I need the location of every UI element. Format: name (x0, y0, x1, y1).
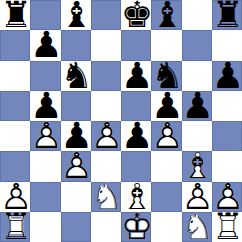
piece-black-pawn[interactable]: ♟ (212, 61, 242, 91)
piece-black-pawn[interactable]: ♟ (61, 121, 91, 151)
square-a2[interactable]: ♟♙ (0, 182, 30, 212)
piece-white-rook[interactable]: ♜♖ (0, 212, 30, 242)
piece-glyph-fill: ♟ (182, 182, 212, 212)
piece-glyph-fill: ♚ (121, 212, 151, 242)
piece-glyph-fill: ♜ (212, 0, 242, 30)
square-b6[interactable] (30, 61, 60, 91)
square-c4[interactable]: ♟ (61, 121, 91, 151)
piece-glyph-outline: ♔ (121, 212, 151, 242)
square-d2[interactable]: ♞♘ (91, 182, 121, 212)
square-a5[interactable] (0, 91, 30, 121)
piece-glyph-outline: ♙ (182, 182, 212, 212)
piece-glyph-fill: ♟ (61, 151, 91, 181)
square-h5[interactable] (212, 91, 242, 121)
piece-glyph-fill: ♟ (30, 30, 60, 60)
piece-glyph-outline: ♖ (212, 212, 242, 242)
square-d3[interactable] (91, 151, 121, 181)
square-f4[interactable]: ♟♙ (151, 121, 181, 151)
piece-glyph-fill: ♜ (0, 212, 30, 242)
piece-white-knight[interactable]: ♞♘ (182, 212, 212, 242)
piece-glyph-fill: ♜ (0, 0, 30, 30)
square-h1[interactable]: ♜♖ (212, 212, 242, 242)
square-b3[interactable] (30, 151, 60, 181)
piece-glyph-fill: ♞ (91, 182, 121, 212)
piece-black-pawn[interactable]: ♟ (151, 91, 181, 121)
square-g5[interactable]: ♟ (182, 91, 212, 121)
piece-white-pawn[interactable]: ♟♙ (182, 182, 212, 212)
piece-white-knight[interactable]: ♞♘ (91, 182, 121, 212)
piece-glyph-fill: ♟ (30, 121, 60, 151)
piece-black-pawn[interactable]: ♟ (182, 91, 212, 121)
square-e6[interactable]: ♟ (121, 61, 151, 91)
square-f1[interactable] (151, 212, 181, 242)
piece-glyph-outline: ♙ (91, 121, 121, 151)
piece-white-pawn[interactable]: ♟♙ (212, 182, 242, 212)
square-g6[interactable] (182, 61, 212, 91)
square-d7[interactable] (91, 30, 121, 60)
piece-glyph-fill: ♟ (61, 121, 91, 151)
square-c2[interactable] (61, 182, 91, 212)
piece-glyph-outline: ♙ (61, 151, 91, 181)
piece-glyph-fill: ♟ (121, 61, 151, 91)
square-d4[interactable]: ♟♙ (91, 121, 121, 151)
square-h7[interactable] (212, 30, 242, 60)
piece-white-bishop[interactable]: ♝♗ (121, 182, 151, 212)
square-h3[interactable] (212, 151, 242, 181)
square-f7[interactable] (151, 30, 181, 60)
square-g7[interactable] (182, 30, 212, 60)
piece-white-rook[interactable]: ♜♖ (212, 212, 242, 242)
piece-glyph-fill: ♟ (121, 121, 151, 151)
square-d1[interactable] (91, 212, 121, 242)
piece-black-king[interactable]: ♚ (121, 0, 151, 30)
square-e5[interactable] (121, 91, 151, 121)
piece-glyph-outline: ♙ (30, 121, 60, 151)
square-g2[interactable]: ♟♙ (182, 182, 212, 212)
piece-glyph-outline: ♙ (0, 182, 30, 212)
piece-glyph-fill: ♟ (91, 121, 121, 151)
piece-black-rook[interactable]: ♜ (0, 0, 30, 30)
piece-glyph-fill: ♝ (151, 0, 181, 30)
square-c8[interactable]: ♝ (61, 0, 91, 30)
piece-glyph-fill: ♞ (151, 61, 181, 91)
piece-glyph-outline: ♗ (121, 182, 151, 212)
square-h6[interactable]: ♟ (212, 61, 242, 91)
piece-white-king[interactable]: ♚♔ (121, 212, 151, 242)
piece-black-pawn[interactable]: ♟ (121, 61, 151, 91)
piece-glyph-fill: ♟ (151, 91, 181, 121)
square-e4[interactable]: ♟ (121, 121, 151, 151)
piece-glyph-fill: ♝ (182, 151, 212, 181)
square-d6[interactable] (91, 61, 121, 91)
square-g4[interactable] (182, 121, 212, 151)
square-a8[interactable]: ♜ (0, 0, 30, 30)
square-e8[interactable]: ♚ (121, 0, 151, 30)
piece-glyph-fill: ♝ (61, 0, 91, 30)
square-g8[interactable] (182, 0, 212, 30)
piece-glyph-fill: ♟ (30, 91, 60, 121)
square-f5[interactable]: ♟ (151, 91, 181, 121)
square-f2[interactable] (151, 182, 181, 212)
square-e1[interactable]: ♚♔ (121, 212, 151, 242)
square-c1[interactable] (61, 212, 91, 242)
piece-black-bishop[interactable]: ♝ (61, 0, 91, 30)
piece-black-pawn[interactable]: ♟ (121, 121, 151, 151)
piece-glyph-fill: ♟ (0, 182, 30, 212)
square-f8[interactable]: ♝ (151, 0, 181, 30)
square-b4[interactable]: ♟♙ (30, 121, 60, 151)
square-f6[interactable]: ♞ (151, 61, 181, 91)
square-b8[interactable] (30, 0, 60, 30)
piece-black-knight[interactable]: ♞ (61, 61, 91, 91)
square-h2[interactable]: ♟♙ (212, 182, 242, 212)
piece-glyph-fill: ♞ (61, 61, 91, 91)
square-e7[interactable] (121, 30, 151, 60)
square-f3[interactable] (151, 151, 181, 181)
square-b7[interactable]: ♟ (30, 30, 60, 60)
piece-glyph-outline: ♗ (182, 151, 212, 181)
square-c7[interactable] (61, 30, 91, 60)
piece-glyph-fill: ♟ (212, 61, 242, 91)
piece-white-pawn[interactable]: ♟♙ (30, 121, 60, 151)
piece-white-bishop[interactable]: ♝♗ (182, 151, 212, 181)
piece-glyph-fill: ♝ (121, 182, 151, 212)
square-b1[interactable] (30, 212, 60, 242)
piece-glyph-outline: ♙ (151, 121, 181, 151)
piece-glyph-outline: ♙ (212, 182, 242, 212)
square-a1[interactable]: ♜♖ (0, 212, 30, 242)
piece-glyph-fill: ♜ (212, 212, 242, 242)
piece-glyph-fill: ♟ (151, 121, 181, 151)
square-c6[interactable]: ♞ (61, 61, 91, 91)
piece-white-pawn[interactable]: ♟♙ (0, 182, 30, 212)
piece-glyph-outline: ♘ (91, 182, 121, 212)
square-a4[interactable] (0, 121, 30, 151)
square-e2[interactable]: ♝♗ (121, 182, 151, 212)
square-h4[interactable] (212, 121, 242, 151)
piece-black-bishop[interactable]: ♝ (151, 0, 181, 30)
piece-glyph-outline: ♖ (0, 212, 30, 242)
piece-glyph-fill: ♚ (121, 0, 151, 30)
square-c5[interactable] (61, 91, 91, 121)
square-d8[interactable] (91, 0, 121, 30)
square-b5[interactable]: ♟ (30, 91, 60, 121)
piece-glyph-fill: ♟ (182, 91, 212, 121)
square-e3[interactable] (121, 151, 151, 181)
piece-white-pawn[interactable]: ♟♙ (91, 121, 121, 151)
square-c3[interactable]: ♟♙ (61, 151, 91, 181)
piece-glyph-outline: ♘ (182, 212, 212, 242)
piece-white-pawn[interactable]: ♟♙ (61, 151, 91, 181)
piece-glyph-fill: ♞ (182, 212, 212, 242)
piece-white-pawn[interactable]: ♟♙ (151, 121, 181, 151)
square-d5[interactable] (91, 91, 121, 121)
piece-black-pawn[interactable]: ♟ (30, 30, 60, 60)
chess-board: ♜♝♚♝♜♟♞♟♞♟♟♟♟♟♙♟♟♙♟♟♙♟♙♝♗♟♙♞♘♝♗♟♙♟♙♜♖♚♔♞… (0, 0, 242, 242)
square-g3[interactable]: ♝♗ (182, 151, 212, 181)
piece-black-rook[interactable]: ♜ (212, 0, 242, 30)
square-g1[interactable]: ♞♘ (182, 212, 212, 242)
piece-black-pawn[interactable]: ♟ (30, 91, 60, 121)
square-b2[interactable] (30, 182, 60, 212)
piece-glyph-fill: ♟ (212, 182, 242, 212)
square-a7[interactable] (0, 30, 30, 60)
square-a3[interactable] (0, 151, 30, 181)
piece-black-knight[interactable]: ♞ (151, 61, 181, 91)
square-a6[interactable] (0, 61, 30, 91)
square-h8[interactable]: ♜ (212, 0, 242, 30)
